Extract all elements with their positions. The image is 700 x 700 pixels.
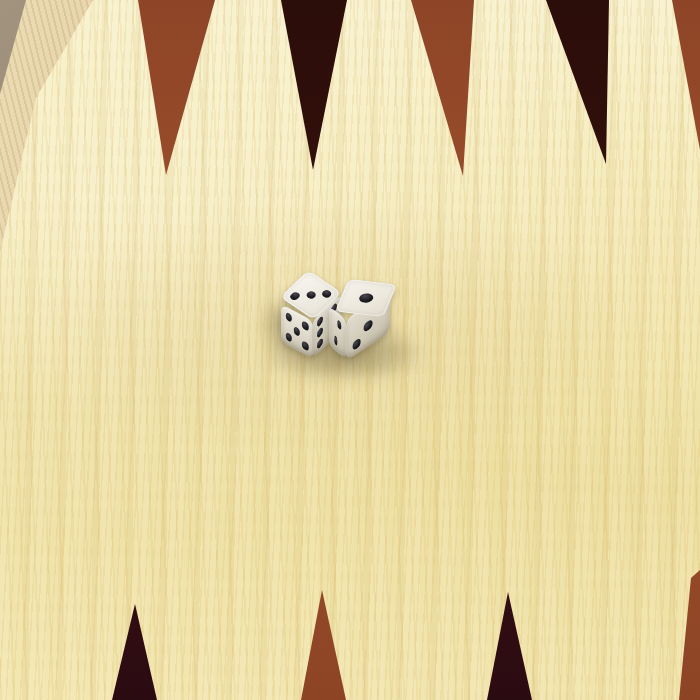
pip (337, 319, 340, 330)
backgammon-board-photo (0, 0, 700, 700)
pip (302, 320, 308, 331)
pip (305, 290, 318, 300)
die-right[interactable] (327, 276, 407, 366)
pip (334, 335, 337, 346)
pip (302, 340, 308, 351)
die-right-front-left-face (329, 306, 346, 359)
pip (358, 293, 375, 304)
pip (285, 312, 291, 323)
pip (364, 318, 373, 333)
pip (317, 336, 323, 350)
pip (289, 291, 302, 301)
pip (352, 337, 361, 352)
pip (285, 331, 291, 342)
pip (294, 326, 300, 337)
